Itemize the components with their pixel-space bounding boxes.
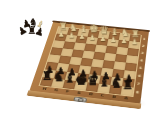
black-rook[interactable]: ♜ [120, 80, 135, 92]
captured-pieces-pile: ♟♞♝♟♜♟ [16, 15, 50, 45]
photo-stage: HGFEDCBA 12345678 ♜♞♝♚♛♝♞♜♟♟♟♟♟♟♟♟♟♟♟♟♟♟… [0, 0, 166, 120]
latch-ring-icon [78, 98, 84, 102]
